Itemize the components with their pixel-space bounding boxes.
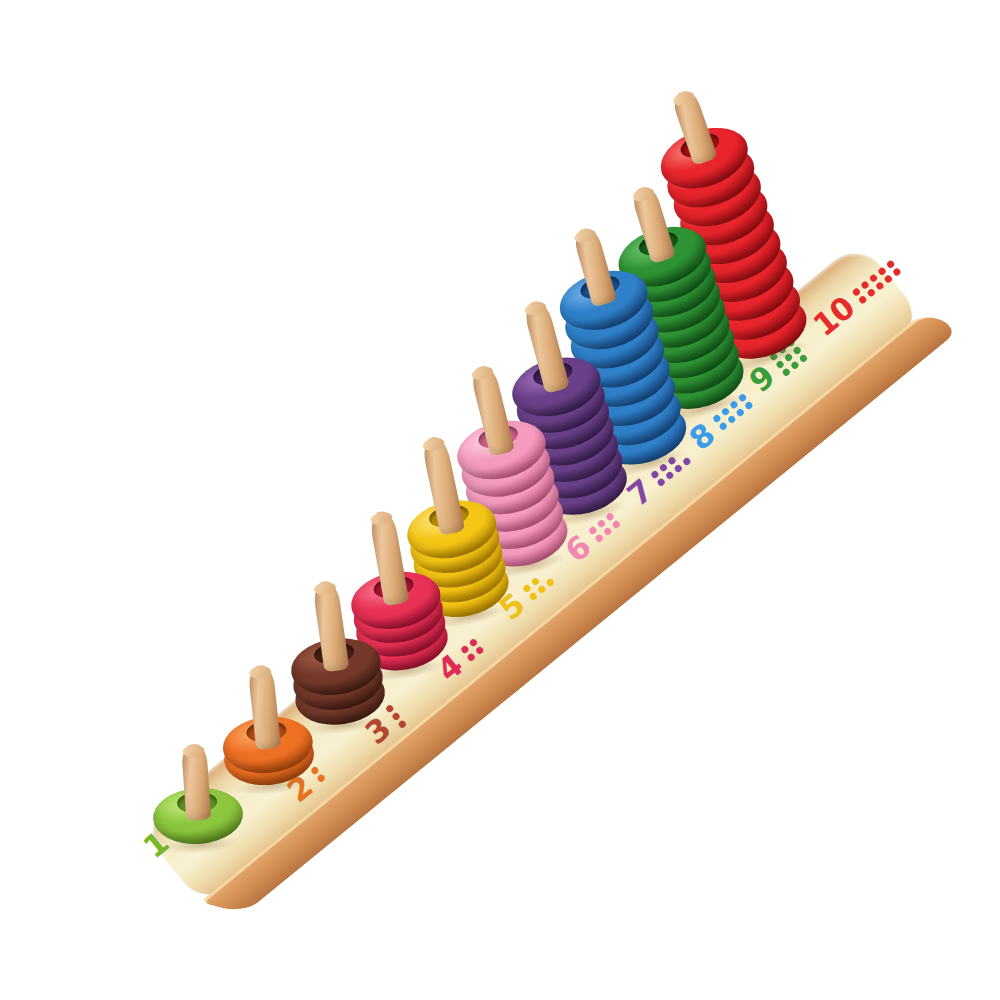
count-dot (866, 288, 876, 298)
count-dot (664, 471, 674, 481)
count-dot (858, 295, 868, 305)
count-dot (460, 645, 470, 655)
count-dot (860, 280, 870, 290)
wooden-peg-1[interactable] (181, 743, 211, 821)
count-dot (530, 577, 540, 587)
count-dot (594, 534, 604, 544)
count-dot (588, 526, 598, 536)
count-dot (892, 267, 902, 277)
count-dot (522, 584, 532, 594)
count-dot (869, 273, 879, 283)
count-dot (790, 361, 800, 371)
count-dot (466, 653, 476, 663)
count-dot (735, 408, 745, 418)
count-dot (884, 274, 894, 284)
ring-stack-1 (146, 713, 245, 847)
count-dot (875, 281, 885, 291)
product-photo-scene: 12345678910 (0, 0, 1000, 1000)
count-dot (656, 478, 666, 488)
count-dot (718, 422, 728, 432)
count-dot (877, 266, 887, 276)
count-dot (536, 585, 546, 595)
count-dot (528, 592, 538, 602)
count-dot (726, 415, 736, 425)
count-dot (602, 527, 612, 537)
count-dot (781, 368, 791, 378)
count-dot (886, 259, 896, 269)
count-dot (852, 287, 862, 297)
